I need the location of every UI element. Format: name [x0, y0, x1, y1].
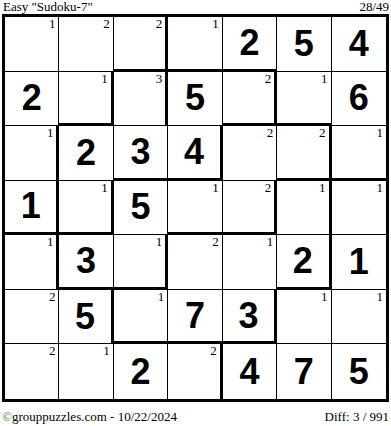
given-digit: 2: [131, 354, 151, 390]
given-digit: 5: [131, 189, 151, 225]
given-digit: 2: [239, 25, 259, 61]
cell-r2c4[interactable]: 5: [168, 72, 222, 127]
cell-r1c1[interactable]: 1: [5, 17, 59, 72]
cell-r2c2[interactable]: 1: [59, 72, 113, 127]
cell-r7c7[interactable]: 5: [332, 344, 386, 399]
cell-r3c4[interactable]: 4: [168, 126, 222, 181]
given-digit: 2: [22, 80, 42, 116]
cell-r3c6[interactable]: 2: [277, 126, 331, 181]
cell-r5c6[interactable]: 2: [277, 235, 331, 290]
candidate-count: 1: [321, 72, 328, 86]
candidate-count: 1: [101, 72, 108, 86]
candidate-count: 1: [267, 235, 274, 249]
candidate-count: 3: [156, 72, 163, 86]
candidate-count: 1: [376, 126, 383, 140]
cell-r1c6[interactable]: 5: [277, 17, 331, 72]
cell-r1c4[interactable]: 1: [168, 17, 222, 72]
cell-r2c1[interactable]: 2: [5, 72, 59, 127]
candidate-count: 1: [376, 290, 383, 304]
cell-r4c5[interactable]: 2: [223, 181, 277, 236]
cell-r5c3[interactable]: 1: [114, 235, 168, 290]
copyright-text: grouppuzzles.com - 10/22/2024: [12, 409, 177, 424]
cell-r2c5[interactable]: 2: [223, 72, 277, 127]
given-digit: 5: [75, 299, 95, 335]
candidate-count: 1: [49, 17, 56, 31]
candidate-count: 2: [49, 290, 56, 304]
cell-r5c5[interactable]: 1: [223, 235, 277, 290]
candidate-count: 1: [212, 17, 219, 31]
cell-r5c2[interactable]: 3: [59, 235, 113, 290]
given-digit: 4: [349, 26, 369, 62]
cell-r3c7[interactable]: 1: [332, 126, 386, 181]
candidate-count: 2: [156, 17, 163, 31]
given-digit: 1: [349, 244, 369, 280]
given-digit: 4: [184, 134, 204, 170]
given-digit: 3: [76, 243, 96, 279]
given-digit: 2: [76, 135, 96, 171]
header: Easy "Sudoku-7" 28/49: [0, 0, 391, 14]
cell-r1c5[interactable]: 2: [223, 17, 277, 72]
cell-r3c1[interactable]: 1: [5, 126, 59, 181]
given-digit: 1: [21, 188, 41, 224]
cell-r1c3[interactable]: 2: [114, 17, 168, 72]
candidate-count: 1: [103, 344, 110, 358]
given-digit: 3: [238, 298, 258, 334]
puzzle-title: Easy "Sudoku-7": [3, 0, 93, 13]
cell-r6c2[interactable]: 5: [59, 290, 113, 345]
given-digit: 5: [294, 26, 314, 62]
cell-r4c3[interactable]: 5: [114, 181, 168, 236]
cell-r7c1[interactable]: 2: [5, 344, 59, 399]
cell-r3c3[interactable]: 3: [114, 126, 168, 181]
cell-r4c2[interactable]: 1: [59, 181, 113, 236]
cell-r6c3[interactable]: 1: [114, 290, 168, 345]
cell-r5c1[interactable]: 1: [5, 235, 59, 290]
cell-r6c6[interactable]: 1: [277, 290, 331, 345]
copyright-icon: ©: [2, 409, 12, 424]
given-digit: 7: [294, 354, 314, 390]
cell-r6c7[interactable]: 1: [332, 290, 386, 345]
candidate-count: 1: [319, 181, 326, 195]
given-digit: 2: [293, 243, 313, 279]
candidate-count: 1: [321, 290, 328, 304]
candidate-count: 2: [319, 126, 326, 140]
cell-r4c6[interactable]: 1: [277, 181, 331, 236]
cell-r6c1[interactable]: 2: [5, 290, 59, 345]
candidate-count: 1: [47, 235, 54, 249]
given-digit: 4: [239, 354, 259, 390]
candidate-count: 2: [49, 344, 56, 358]
candidate-count: 1: [212, 181, 219, 195]
cell-r7c3[interactable]: 2: [114, 344, 168, 399]
cell-r7c6[interactable]: 7: [277, 344, 331, 399]
candidate-count: 2: [267, 126, 274, 140]
difficulty-label: Diff: 3 / 991: [325, 409, 389, 424]
cell-r7c4[interactable]: 2: [168, 344, 222, 399]
cell-r4c1[interactable]: 1: [5, 181, 59, 236]
candidate-count: 2: [210, 344, 217, 358]
given-digit: 5: [185, 80, 205, 116]
given-digit: 6: [349, 80, 369, 116]
candidate-count: 1: [158, 290, 165, 304]
given-digit: 3: [131, 134, 151, 170]
cell-r4c7[interactable]: 1: [332, 181, 386, 236]
cell-r3c2[interactable]: 2: [59, 126, 113, 181]
cell-r1c2[interactable]: 2: [59, 17, 113, 72]
cell-r7c2[interactable]: 1: [59, 344, 113, 399]
cell-r5c7[interactable]: 1: [332, 235, 386, 290]
cell-r2c7[interactable]: 6: [332, 72, 386, 127]
candidate-count: 2: [212, 235, 219, 249]
cell-r6c5[interactable]: 3: [223, 290, 277, 345]
cell-r3c5[interactable]: 2: [223, 126, 277, 181]
cell-r7c5[interactable]: 4: [223, 344, 277, 399]
candidate-count: 1: [101, 181, 108, 195]
cell-r2c3[interactable]: 3: [114, 72, 168, 127]
candidate-count: 1: [156, 235, 163, 249]
candidate-count: 2: [103, 17, 110, 31]
cell-r2c6[interactable]: 1: [277, 72, 331, 127]
candidate-count: 1: [376, 181, 383, 195]
cells-remaining-counter: 28/49: [359, 0, 389, 13]
candidate-count: 1: [47, 126, 54, 140]
candidate-count: 2: [265, 181, 272, 195]
candidate-count: 2: [265, 72, 272, 86]
footer: ©grouppuzzles.com - 10/22/2024 Diff: 3 /…: [0, 409, 391, 426]
cell-r4c4[interactable]: 1: [168, 181, 222, 236]
board: 1221254213521612342211151211131212125173…: [2, 14, 389, 402]
given-digit: 5: [349, 354, 369, 390]
given-digit: 7: [185, 298, 205, 334]
cell-r6c4[interactable]: 7: [168, 290, 222, 345]
cell-r1c7[interactable]: 4: [332, 17, 386, 72]
cell-r5c4[interactable]: 2: [168, 235, 222, 290]
copyright: ©grouppuzzles.com - 10/22/2024: [2, 409, 177, 424]
